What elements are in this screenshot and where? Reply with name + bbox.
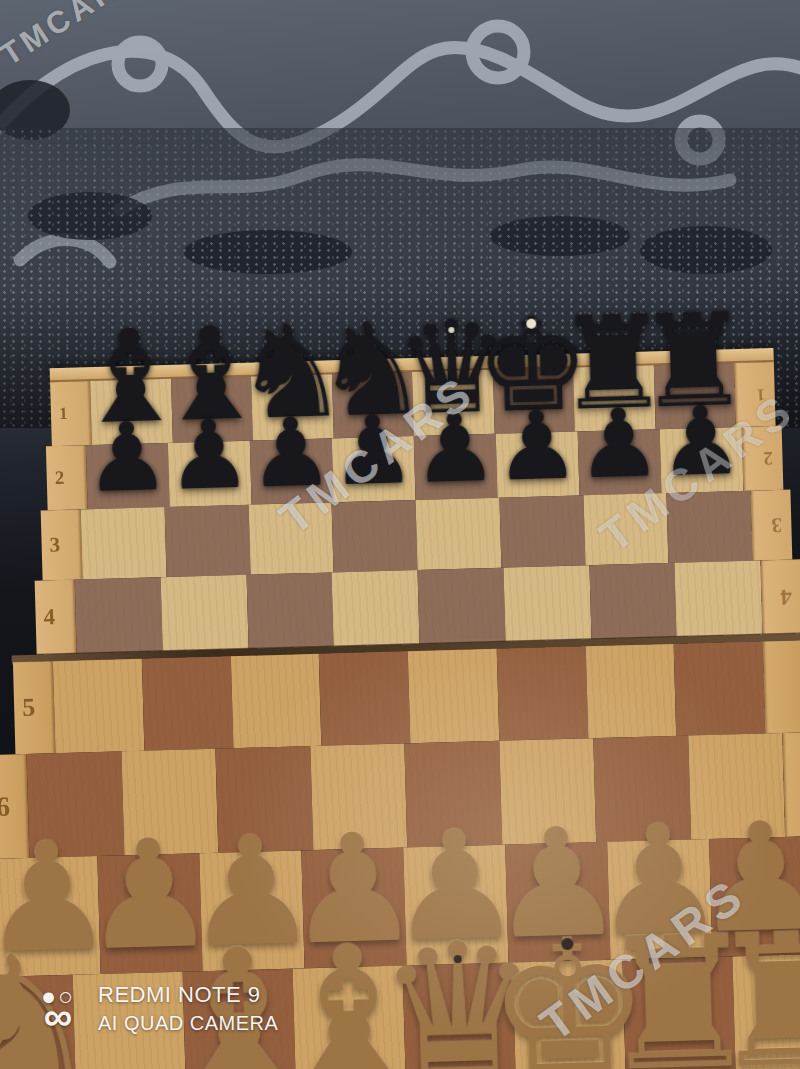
square-r5-c7 <box>585 644 676 738</box>
rank-label-right-4: 4 <box>780 584 792 610</box>
piece-black-pawn: ♟ <box>493 397 581 494</box>
square-r5-c8 <box>674 641 765 735</box>
photo-frame: ♝♝♞♞♛♚♜♜11♟♟♟♟♟♟♟♟22334456♟♟♟♟♟♟♟♟7♞♞♝♝♛… <box>0 0 800 1069</box>
square-r8-c8: ♜ <box>732 953 800 1069</box>
redmi-logo-infinity: ∞ <box>28 1000 88 1032</box>
square-r4-c8 <box>675 560 763 636</box>
rank-label-right-3: 3 <box>771 512 782 537</box>
rank-label-left-3: 3 <box>49 533 60 558</box>
square-r2-c1: ♟ <box>86 443 170 509</box>
redmi-logo-icon: ●○ ∞ <box>28 986 88 1032</box>
square-r5-c1 <box>53 659 144 753</box>
square-r5-c4 <box>319 651 410 745</box>
camera-watermark-line2: AI QUAD CAMERA <box>98 1012 278 1035</box>
rank-label-left-4: 4 <box>43 604 55 630</box>
camera-watermark: ●○ ∞ REDMI NOTE 9 AI QUAD CAMERA <box>28 982 278 1035</box>
square-r3-c1 <box>81 507 167 579</box>
camera-watermark-line1: REDMI NOTE 9 <box>98 982 278 1008</box>
square-r3-c6 <box>499 495 585 567</box>
square-r2-c2: ♟ <box>168 441 252 507</box>
square-r4-c3 <box>246 572 334 648</box>
square-r4-c2 <box>160 575 248 651</box>
square-r4-c1 <box>75 577 163 653</box>
square-r4-c4 <box>332 570 420 646</box>
square-r5-c3 <box>230 654 321 748</box>
square-r4-c7 <box>589 563 677 639</box>
rank-label-left-1: 1 <box>59 404 68 424</box>
square-r3-c5 <box>416 498 502 570</box>
square-r4-c6 <box>503 565 591 641</box>
rank-label-left-5: 5 <box>22 693 36 723</box>
square-r5-c6 <box>496 646 587 740</box>
square-r3-c2 <box>164 505 250 577</box>
piece-black-pawn: ♟ <box>165 407 253 504</box>
square-r2-c6: ♟ <box>496 432 580 498</box>
square-r5-c5 <box>408 649 499 743</box>
rank-label-left-2: 2 <box>54 467 64 489</box>
piece-black-pawn: ♟ <box>83 409 171 506</box>
square-r4-c5 <box>417 568 505 644</box>
square-r5-c2 <box>142 656 233 750</box>
